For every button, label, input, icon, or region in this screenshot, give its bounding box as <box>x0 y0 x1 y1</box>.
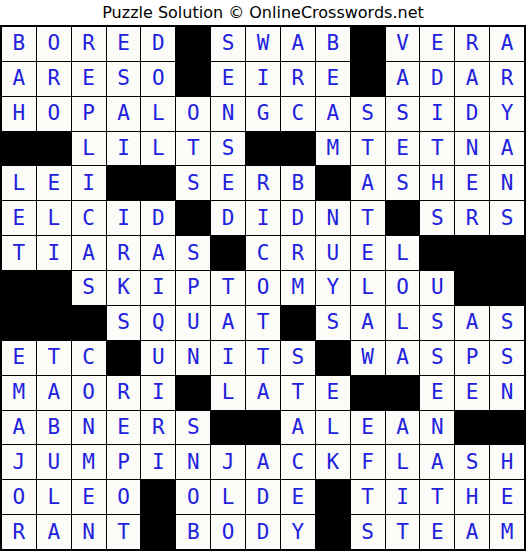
black-cell-r8c2 <box>37 271 71 305</box>
cell-r1c4: E <box>107 27 141 61</box>
cell-r8c3: S <box>72 271 106 305</box>
cell-r8c10: Y <box>316 271 350 305</box>
cell-r2c7: E <box>211 62 245 96</box>
cell-r2c13: D <box>420 62 454 96</box>
cell-r14c7: L <box>211 480 245 514</box>
cell-r10c13: S <box>420 341 454 375</box>
cell-r6c14: R <box>455 201 489 235</box>
cell-r6c1: E <box>2 201 36 235</box>
black-cell-r9c1 <box>2 306 36 340</box>
cell-r13c3: M <box>72 445 106 479</box>
cell-r1c14: R <box>455 27 489 61</box>
cell-r2c8: I <box>246 62 280 96</box>
black-cell-r11c12 <box>386 376 420 410</box>
cell-r3c15: Y <box>490 97 524 131</box>
cell-r9c10: S <box>316 306 350 340</box>
cell-r13c13: A <box>420 445 454 479</box>
cell-r11c14: E <box>455 376 489 410</box>
black-cell-r10c10 <box>316 341 350 375</box>
cell-r6c7: D <box>211 201 245 235</box>
cell-r13c10: K <box>316 445 350 479</box>
cell-r3c11: S <box>351 97 385 131</box>
cell-r4c4: I <box>107 132 141 166</box>
cell-r5c15: N <box>490 166 524 200</box>
cell-r9c14: A <box>455 306 489 340</box>
cell-r6c10: N <box>316 201 350 235</box>
cell-r11c10: E <box>316 376 350 410</box>
cell-r5c9: B <box>281 166 315 200</box>
cell-r14c8: D <box>246 480 280 514</box>
cell-r3c2: O <box>37 97 71 131</box>
cell-r14c14: H <box>455 480 489 514</box>
cell-r10c1: E <box>2 341 36 375</box>
cell-r11c13: E <box>420 376 454 410</box>
cell-r1c7: S <box>211 27 245 61</box>
cell-r4c13: T <box>420 132 454 166</box>
cell-r14c3: E <box>72 480 106 514</box>
cell-r1c12: V <box>386 27 420 61</box>
cell-r15c7: O <box>211 515 245 549</box>
black-cell-r14c10 <box>316 480 350 514</box>
black-cell-r4c8 <box>246 132 280 166</box>
black-cell-r4c1 <box>2 132 36 166</box>
cell-r1c1: B <box>2 27 36 61</box>
puzzle-solution-page: Puzzle Solution © OnlineCrosswords.net B… <box>0 0 526 551</box>
cell-r10c6: N <box>176 341 210 375</box>
cell-r11c7: L <box>211 376 245 410</box>
cell-r5c1: L <box>2 166 36 200</box>
cell-r4c15: A <box>490 132 524 166</box>
cell-r10c14: P <box>455 341 489 375</box>
cell-r15c4: T <box>107 515 141 549</box>
cell-r3c13: I <box>420 97 454 131</box>
cell-r8c11: L <box>351 271 385 305</box>
black-cell-r5c4 <box>107 166 141 200</box>
cell-r13c4: P <box>107 445 141 479</box>
cell-r15c6: B <box>176 515 210 549</box>
cell-r6c11: T <box>351 201 385 235</box>
cell-r14c9: E <box>281 480 315 514</box>
cell-r12c11: E <box>351 411 385 445</box>
cell-r13c9: C <box>281 445 315 479</box>
cell-r13c7: J <box>211 445 245 479</box>
cell-r1c8: W <box>246 27 280 61</box>
cell-r2c15: R <box>490 62 524 96</box>
cell-r12c4: E <box>107 411 141 445</box>
cell-r3c8: G <box>246 97 280 131</box>
cell-r8c12: O <box>386 271 420 305</box>
cell-r2c12: A <box>386 62 420 96</box>
cell-r12c3: N <box>72 411 106 445</box>
cell-r8c4: K <box>107 271 141 305</box>
cell-r12c2: B <box>37 411 71 445</box>
cell-r10c9: S <box>281 341 315 375</box>
cell-r12c9: A <box>281 411 315 445</box>
cell-r8c13: U <box>420 271 454 305</box>
black-cell-r6c12 <box>386 201 420 235</box>
cell-r4c10: M <box>316 132 350 166</box>
cell-r3c9: C <box>281 97 315 131</box>
cell-r1c5: D <box>141 27 175 61</box>
black-cell-r14c5 <box>141 480 175 514</box>
cell-r4c5: L <box>141 132 175 166</box>
black-cell-r8c15 <box>490 271 524 305</box>
cell-r2c5: O <box>141 62 175 96</box>
black-cell-r8c1 <box>2 271 36 305</box>
cell-r10c7: I <box>211 341 245 375</box>
cell-r6c2: L <box>37 201 71 235</box>
cell-r12c5: R <box>141 411 175 445</box>
cell-r6c4: I <box>107 201 141 235</box>
cell-r14c12: I <box>386 480 420 514</box>
black-cell-r7c13 <box>420 236 454 270</box>
cell-r2c3: E <box>72 62 106 96</box>
cell-r6c5: D <box>141 201 175 235</box>
cell-r3c5: L <box>141 97 175 131</box>
black-cell-r4c2 <box>37 132 71 166</box>
black-cell-r12c14 <box>455 411 489 445</box>
cell-r8c8: O <box>246 271 280 305</box>
cell-r5c14: E <box>455 166 489 200</box>
cell-r14c1: O <box>2 480 36 514</box>
black-cell-r7c14 <box>455 236 489 270</box>
cell-r7c8: C <box>246 236 280 270</box>
cell-r14c6: O <box>176 480 210 514</box>
black-cell-r12c8 <box>246 411 280 445</box>
cell-r6c8: I <box>246 201 280 235</box>
cell-r2c9: R <box>281 62 315 96</box>
cell-r9c8: T <box>246 306 280 340</box>
cell-r1c2: O <box>37 27 71 61</box>
cell-r8c5: I <box>141 271 175 305</box>
cell-r5c3: I <box>72 166 106 200</box>
cell-r12c10: L <box>316 411 350 445</box>
cell-r10c15: S <box>490 341 524 375</box>
cell-r10c11: W <box>351 341 385 375</box>
cell-r3c4: A <box>107 97 141 131</box>
cell-r7c9: R <box>281 236 315 270</box>
black-cell-r2c11 <box>351 62 385 96</box>
cell-r6c3: C <box>72 201 106 235</box>
cell-r9c12: L <box>386 306 420 340</box>
cell-r2c4: S <box>107 62 141 96</box>
cell-r9c13: S <box>420 306 454 340</box>
cell-r12c1: A <box>2 411 36 445</box>
cell-r7c10: U <box>316 236 350 270</box>
cell-r8c9: M <box>281 271 315 305</box>
cell-r6c15: S <box>490 201 524 235</box>
cell-r7c2: I <box>37 236 71 270</box>
cell-r2c1: A <box>2 62 36 96</box>
cell-r7c1: T <box>2 236 36 270</box>
cell-r10c3: C <box>72 341 106 375</box>
cell-r8c7: T <box>211 271 245 305</box>
cell-r9c7: A <box>211 306 245 340</box>
black-cell-r11c6 <box>176 376 210 410</box>
cell-r15c3: N <box>72 515 106 549</box>
cell-r3c3: P <box>72 97 106 131</box>
cell-r15c8: D <box>246 515 280 549</box>
cell-r8c6: P <box>176 271 210 305</box>
cell-r10c8: T <box>246 341 280 375</box>
black-cell-r9c3 <box>72 306 106 340</box>
cell-r11c3: O <box>72 376 106 410</box>
cell-r15c1: R <box>2 515 36 549</box>
cell-r10c2: T <box>37 341 71 375</box>
cell-r5c13: H <box>420 166 454 200</box>
crossword-grid: BOREDSWABVERAARESOEIREADARHOPALONGCASSID… <box>0 25 526 551</box>
cell-r9c4: S <box>107 306 141 340</box>
cell-r3c14: D <box>455 97 489 131</box>
black-cell-r9c2 <box>37 306 71 340</box>
cell-r12c6: S <box>176 411 210 445</box>
black-cell-r15c5 <box>141 515 175 549</box>
cell-r4c11: T <box>351 132 385 166</box>
cell-r12c12: A <box>386 411 420 445</box>
cell-r15c11: S <box>351 515 385 549</box>
cell-r4c14: N <box>455 132 489 166</box>
cell-r15c14: A <box>455 515 489 549</box>
black-cell-r8c14 <box>455 271 489 305</box>
cell-r1c9: A <box>281 27 315 61</box>
cell-r3c12: S <box>386 97 420 131</box>
cell-r10c5: U <box>141 341 175 375</box>
cell-r10c12: A <box>386 341 420 375</box>
cell-r7c11: E <box>351 236 385 270</box>
cell-r13c11: F <box>351 445 385 479</box>
cell-r3c1: H <box>2 97 36 131</box>
black-cell-r1c6 <box>176 27 210 61</box>
black-cell-r15c10 <box>316 515 350 549</box>
cell-r13c12: L <box>386 445 420 479</box>
cell-r14c11: T <box>351 480 385 514</box>
black-cell-r12c7 <box>211 411 245 445</box>
black-cell-r7c15 <box>490 236 524 270</box>
black-cell-r9c9 <box>281 306 315 340</box>
cell-r11c2: A <box>37 376 71 410</box>
cell-r14c13: T <box>420 480 454 514</box>
black-cell-r11c11 <box>351 376 385 410</box>
cell-r12c13: N <box>420 411 454 445</box>
cell-r11c9: T <box>281 376 315 410</box>
cell-r2c14: A <box>455 62 489 96</box>
cell-r14c2: L <box>37 480 71 514</box>
cell-r11c1: M <box>2 376 36 410</box>
cell-r7c6: S <box>176 236 210 270</box>
cell-r15c9: Y <box>281 515 315 549</box>
black-cell-r10c4 <box>107 341 141 375</box>
cell-r13c15: H <box>490 445 524 479</box>
cell-r11c15: N <box>490 376 524 410</box>
black-cell-r1c11 <box>351 27 385 61</box>
black-cell-r5c10 <box>316 166 350 200</box>
black-cell-r2c6 <box>176 62 210 96</box>
cell-r15c15: M <box>490 515 524 549</box>
cell-r9c11: A <box>351 306 385 340</box>
cell-r3c7: N <box>211 97 245 131</box>
cell-r1c3: R <box>72 27 106 61</box>
cell-r6c13: S <box>420 201 454 235</box>
cell-r1c13: E <box>420 27 454 61</box>
cell-r15c2: A <box>37 515 71 549</box>
cell-r13c5: I <box>141 445 175 479</box>
cell-r1c10: B <box>316 27 350 61</box>
cell-r13c2: U <box>37 445 71 479</box>
cell-r1c15: A <box>490 27 524 61</box>
cell-r11c8: A <box>246 376 280 410</box>
cell-r4c3: L <box>72 132 106 166</box>
cell-r11c5: I <box>141 376 175 410</box>
cell-r13c1: J <box>2 445 36 479</box>
cell-r14c15: E <box>490 480 524 514</box>
black-cell-r7c7 <box>211 236 245 270</box>
cell-r13c6: N <box>176 445 210 479</box>
cell-r5c6: S <box>176 166 210 200</box>
black-cell-r12c15 <box>490 411 524 445</box>
cell-r2c2: R <box>37 62 71 96</box>
cell-r5c2: E <box>37 166 71 200</box>
cell-r9c5: Q <box>141 306 175 340</box>
cell-r5c11: A <box>351 166 385 200</box>
cell-r13c14: S <box>455 445 489 479</box>
cell-r15c13: E <box>420 515 454 549</box>
cell-r2c10: E <box>316 62 350 96</box>
cell-r4c7: S <box>211 132 245 166</box>
cell-r9c15: S <box>490 306 524 340</box>
cell-r9c6: U <box>176 306 210 340</box>
cell-r3c10: A <box>316 97 350 131</box>
cell-r11c4: R <box>107 376 141 410</box>
black-cell-r4c9 <box>281 132 315 166</box>
cell-r14c4: O <box>107 480 141 514</box>
cell-r5c8: R <box>246 166 280 200</box>
cell-r4c12: E <box>386 132 420 166</box>
cell-r7c4: R <box>107 236 141 270</box>
cell-r4c6: T <box>176 132 210 166</box>
black-cell-r5c5 <box>141 166 175 200</box>
cell-r5c7: E <box>211 166 245 200</box>
cell-r7c3: A <box>72 236 106 270</box>
cell-r7c12: L <box>386 236 420 270</box>
cell-r5c12: S <box>386 166 420 200</box>
cell-r6c9: D <box>281 201 315 235</box>
page-title: Puzzle Solution © OnlineCrosswords.net <box>0 0 526 25</box>
cell-r3c6: O <box>176 97 210 131</box>
black-cell-r6c6 <box>176 201 210 235</box>
cell-r15c12: T <box>386 515 420 549</box>
cell-r7c5: A <box>141 236 175 270</box>
cell-r13c8: A <box>246 445 280 479</box>
